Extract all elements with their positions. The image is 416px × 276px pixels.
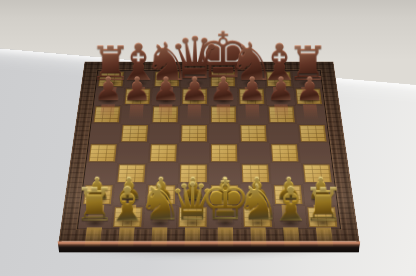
square-c8: ♞ bbox=[153, 71, 182, 88]
piece-contact-shadow bbox=[247, 219, 270, 228]
piece-contact-shadow bbox=[269, 80, 289, 87]
square-h7: ♟ bbox=[294, 88, 324, 106]
square-g8: ♝ bbox=[264, 71, 293, 88]
piece-brass-bishop: ♝ bbox=[106, 181, 149, 227]
square-d6 bbox=[180, 105, 209, 123]
square-h3 bbox=[301, 163, 334, 184]
square-g3 bbox=[270, 163, 303, 184]
square-e3 bbox=[209, 163, 240, 184]
piece-contact-shadow bbox=[309, 196, 332, 205]
piece-contact-shadow bbox=[86, 196, 109, 205]
square-c4 bbox=[148, 143, 179, 163]
piece-contact-shadow bbox=[157, 80, 176, 87]
piece-contact-shadow bbox=[116, 219, 139, 228]
piece-contact-shadow bbox=[213, 80, 232, 87]
square-f6 bbox=[238, 105, 268, 123]
square-a8: ♜ bbox=[96, 71, 126, 88]
square-d7: ♟ bbox=[180, 88, 209, 106]
square-e5 bbox=[209, 124, 239, 143]
square-g1: ♝ bbox=[273, 206, 307, 229]
piece-contact-shadow bbox=[297, 80, 317, 87]
piece-contact-shadow bbox=[242, 98, 262, 105]
square-b6 bbox=[121, 105, 152, 123]
square-c1: ♞ bbox=[144, 206, 177, 229]
square-d2: ♟ bbox=[177, 184, 209, 206]
piece-contact-shadow bbox=[127, 98, 147, 105]
square-b2: ♟ bbox=[113, 184, 146, 206]
square-g2: ♟ bbox=[272, 184, 305, 206]
square-g4 bbox=[269, 143, 301, 163]
square-e6 bbox=[209, 105, 238, 123]
square-c2: ♟ bbox=[145, 184, 178, 206]
piece-contact-shadow bbox=[279, 219, 302, 228]
piece-contact-shadow bbox=[182, 196, 204, 205]
piece-contact-shadow bbox=[118, 196, 140, 205]
square-a7: ♟ bbox=[94, 88, 124, 106]
square-a2: ♟ bbox=[81, 184, 115, 206]
square-h8: ♜ bbox=[292, 71, 322, 88]
piece-contact-shadow bbox=[214, 196, 236, 205]
square-b1: ♝ bbox=[111, 206, 145, 229]
piece-contact-shadow bbox=[150, 196, 172, 205]
square-d1: ♛ bbox=[176, 206, 209, 229]
square-g6 bbox=[267, 105, 298, 123]
square-a1: ♜ bbox=[78, 206, 113, 229]
square-b8: ♝ bbox=[124, 71, 153, 88]
square-c7: ♟ bbox=[151, 88, 180, 106]
scene-3d: ♜♝♞♛♚♞♝♜♟♟♟♟♟♟♟♟♟♟♟♟♟♟♟♟♜♝♞♛♚♞♝♜ bbox=[0, 0, 416, 276]
square-g7: ♟ bbox=[265, 88, 295, 106]
square-d4 bbox=[178, 143, 209, 163]
square-a6 bbox=[91, 105, 122, 123]
piece-contact-shadow bbox=[83, 219, 106, 228]
piece-contact-shadow bbox=[185, 98, 205, 105]
square-a4 bbox=[86, 143, 119, 163]
piece-contact-shadow bbox=[149, 219, 172, 228]
square-e2: ♟ bbox=[209, 184, 241, 206]
square-e8: ♚ bbox=[209, 71, 237, 88]
piece-contact-shadow bbox=[246, 196, 268, 205]
square-e7: ♟ bbox=[209, 88, 238, 106]
piece-contact-shadow bbox=[214, 98, 234, 105]
square-f2: ♟ bbox=[240, 184, 273, 206]
square-c5 bbox=[149, 124, 180, 143]
square-a3 bbox=[84, 163, 117, 184]
copper-rook-glyph: ♜ bbox=[287, 42, 329, 87]
square-e1: ♚ bbox=[209, 206, 242, 229]
square-h5 bbox=[297, 124, 329, 143]
square-d8: ♛ bbox=[181, 71, 209, 88]
square-g5 bbox=[268, 124, 299, 143]
square-b3 bbox=[115, 163, 148, 184]
brass-bishop-glyph: ♝ bbox=[106, 181, 149, 227]
piece-contact-shadow bbox=[241, 80, 260, 87]
square-f7: ♟ bbox=[237, 88, 266, 106]
square-f5 bbox=[238, 124, 269, 143]
piece-contact-shadow bbox=[101, 80, 121, 87]
square-c3 bbox=[146, 163, 178, 184]
square-e4 bbox=[209, 143, 240, 163]
square-d3 bbox=[178, 163, 209, 184]
square-f3 bbox=[240, 163, 272, 184]
piece-contact-shadow bbox=[182, 219, 204, 228]
piece-contact-shadow bbox=[129, 80, 149, 87]
square-h4 bbox=[299, 143, 332, 163]
board-grid: ♜♝♞♛♚♞♝♜♟♟♟♟♟♟♟♟♟♟♟♟♟♟♟♟♜♝♞♛♚♞♝♜ bbox=[78, 71, 340, 229]
chessboard: ♜♝♞♛♚♞♝♜♟♟♟♟♟♟♟♟♟♟♟♟♟♟♟♟♜♝♞♛♚♞♝♜ bbox=[59, 62, 359, 241]
piece-contact-shadow bbox=[185, 80, 204, 87]
square-b5 bbox=[119, 124, 150, 143]
square-c6 bbox=[150, 105, 180, 123]
piece-contact-shadow bbox=[311, 219, 334, 228]
board-top-surface: ♜♝♞♛♚♞♝♜♟♟♟♟♟♟♟♟♟♟♟♟♟♟♟♟♜♝♞♛♚♞♝♜ bbox=[59, 62, 359, 241]
square-b4 bbox=[117, 143, 149, 163]
square-h2: ♟ bbox=[303, 184, 337, 206]
piece-contact-shadow bbox=[98, 98, 118, 105]
square-f4 bbox=[239, 143, 270, 163]
square-d5 bbox=[179, 124, 209, 143]
piece-contact-shadow bbox=[299, 98, 319, 105]
board-front-edge bbox=[58, 241, 361, 252]
square-b7: ♟ bbox=[123, 88, 153, 106]
piece-contact-shadow bbox=[278, 196, 300, 205]
square-h1: ♜ bbox=[305, 206, 340, 229]
piece-copper-rook: ♜ bbox=[287, 42, 329, 87]
square-a5 bbox=[89, 124, 121, 143]
square-f1: ♞ bbox=[241, 206, 274, 229]
piece-contact-shadow bbox=[156, 98, 176, 105]
piece-contact-shadow bbox=[271, 98, 291, 105]
photo-canvas: ♜♝♞♛♚♞♝♜♟♟♟♟♟♟♟♟♟♟♟♟♟♟♟♟♜♝♞♛♚♞♝♜ bbox=[0, 0, 416, 276]
piece-contact-shadow bbox=[214, 219, 236, 228]
square-f8: ♞ bbox=[237, 71, 266, 88]
square-h6 bbox=[295, 105, 326, 123]
